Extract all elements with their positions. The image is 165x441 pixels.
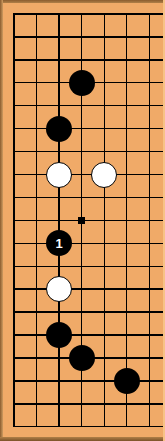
grid-line-horizontal [13,59,165,60]
black-stone [69,345,95,371]
black-stone [69,70,95,96]
white-stone [91,162,117,188]
white-stone [46,276,72,302]
grid-line-horizontal [13,13,165,14]
grid-line-horizontal [13,151,165,152]
grid-line-horizontal [13,174,165,175]
white-stone [46,162,72,188]
black-stone [114,368,140,394]
grid-line-horizontal [13,266,165,267]
grid-line-horizontal [13,311,165,312]
grid-line-horizontal [13,380,165,381]
board-frame-bottom [0,437,165,441]
grid-line-horizontal [13,334,165,335]
go-board: 1 [0,0,165,441]
black-stone [46,116,72,142]
grid-line-horizontal [13,403,165,404]
grid-line-horizontal [13,128,165,129]
grid-line-horizontal [13,426,165,427]
grid-line-horizontal [13,197,165,198]
grid-line-horizontal [13,288,165,289]
grid-line-horizontal [13,220,165,221]
board-frame-right [163,0,165,441]
board-frame-left [0,0,3,441]
go-diagram: 1 [0,0,165,441]
black-stone: 1 [46,230,72,256]
grid-line-horizontal [13,105,165,106]
board-frame-top [0,0,165,3]
stone-label: 1 [55,237,62,250]
star-point [78,217,85,224]
grid-line-horizontal [13,36,165,37]
grid-line-horizontal [13,243,165,244]
black-stone [46,322,72,348]
